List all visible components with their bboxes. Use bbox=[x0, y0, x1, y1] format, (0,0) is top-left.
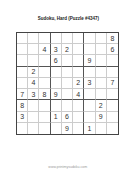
cell-r8c5-given-6[interactable]: 6 bbox=[62, 112, 73, 123]
cell-r9c1-empty[interactable] bbox=[17, 123, 28, 134]
footer-url: www.printmysudoku.com bbox=[49, 165, 88, 169]
cell-r8c7-empty[interactable] bbox=[84, 112, 95, 123]
cell-r8c2-empty[interactable] bbox=[28, 112, 39, 123]
cell-r4c3-empty[interactable] bbox=[39, 67, 50, 78]
cell-r5c6-given-2[interactable]: 2 bbox=[73, 78, 84, 89]
cell-r3c5-empty[interactable] bbox=[62, 55, 73, 66]
cell-r2c7-empty[interactable] bbox=[84, 44, 95, 55]
cell-r2c6-empty[interactable] bbox=[73, 44, 84, 55]
cell-r1c6-empty[interactable] bbox=[73, 33, 84, 44]
cell-r5c1-empty[interactable] bbox=[17, 78, 28, 89]
cell-r5c7-given-3[interactable]: 3 bbox=[84, 78, 95, 89]
cell-r8c8-given-9[interactable]: 9 bbox=[96, 112, 107, 123]
cell-r3c1-empty[interactable] bbox=[17, 55, 28, 66]
cell-r3c6-empty[interactable] bbox=[73, 55, 84, 66]
cell-r7c2-empty[interactable] bbox=[28, 100, 39, 111]
cell-r2c1-empty[interactable] bbox=[17, 44, 28, 55]
cell-r1c3-empty[interactable] bbox=[39, 33, 50, 44]
page-footer: www.printmysudoku.com bbox=[0, 160, 136, 170]
cell-r9c4-empty[interactable] bbox=[51, 123, 62, 134]
cell-r1c5-empty[interactable] bbox=[62, 33, 73, 44]
cell-r7c8-given-2[interactable]: 2 bbox=[96, 100, 107, 111]
cell-r7c7-empty[interactable] bbox=[84, 100, 95, 111]
page-header: Sudoku, Hard (Puzzle #4347) bbox=[0, 12, 136, 22]
cell-r1c7-empty[interactable] bbox=[84, 33, 95, 44]
cell-r6c9-empty[interactable] bbox=[107, 89, 118, 100]
cell-r1c1-empty[interactable] bbox=[17, 33, 28, 44]
cell-r2c9-given-6[interactable]: 6 bbox=[107, 44, 118, 55]
cell-r3c3-empty[interactable] bbox=[39, 55, 50, 66]
cell-r4c9-empty[interactable] bbox=[107, 67, 118, 78]
cell-r3c8-empty[interactable] bbox=[96, 55, 107, 66]
cell-r8c6-empty[interactable] bbox=[73, 112, 84, 123]
cell-r4c6-empty[interactable] bbox=[73, 67, 84, 78]
cell-r3c2-empty[interactable] bbox=[28, 55, 39, 66]
cell-r1c8-empty[interactable] bbox=[96, 33, 107, 44]
cell-r6c5-empty[interactable] bbox=[62, 89, 73, 100]
cell-r9c7-given-1[interactable]: 1 bbox=[84, 123, 95, 134]
cell-r7c6-empty[interactable] bbox=[73, 100, 84, 111]
cell-r3c7-given-9[interactable]: 9 bbox=[84, 55, 95, 66]
cell-r6c8-empty[interactable] bbox=[96, 89, 107, 100]
cell-r3c4-given-6[interactable]: 6 bbox=[51, 55, 62, 66]
puzzle-page: Sudoku, Hard (Puzzle #4347) 843266924237… bbox=[0, 0, 136, 176]
cell-r4c5-empty[interactable] bbox=[62, 67, 73, 78]
cell-r6c1-given-7[interactable]: 7 bbox=[17, 89, 28, 100]
sudoku-board: 8432669242377389482316991 bbox=[16, 32, 119, 135]
cell-r5c9-given-7[interactable]: 7 bbox=[107, 78, 118, 89]
cell-r5c5-empty[interactable] bbox=[62, 78, 73, 89]
cell-r5c4-empty[interactable] bbox=[51, 78, 62, 89]
cell-r4c8-empty[interactable] bbox=[96, 67, 107, 78]
cell-r7c1-given-8[interactable]: 8 bbox=[17, 100, 28, 111]
cell-r1c2-empty[interactable] bbox=[28, 33, 39, 44]
cell-r6c2-given-3[interactable]: 3 bbox=[28, 89, 39, 100]
cell-r2c4-given-3[interactable]: 3 bbox=[51, 44, 62, 55]
cell-r9c3-empty[interactable] bbox=[39, 123, 50, 134]
cell-r7c3-empty[interactable] bbox=[39, 100, 50, 111]
cell-r6c6-given-4[interactable]: 4 bbox=[73, 89, 84, 100]
cell-r7c9-empty[interactable] bbox=[107, 100, 118, 111]
cell-r8c1-given-3[interactable]: 3 bbox=[17, 112, 28, 123]
cell-r2c3-given-4[interactable]: 4 bbox=[39, 44, 50, 55]
cell-r2c5-given-2[interactable]: 2 bbox=[62, 44, 73, 55]
cell-r4c2-given-2[interactable]: 2 bbox=[28, 67, 39, 78]
cell-r9c2-empty[interactable] bbox=[28, 123, 39, 134]
cell-r5c3-empty[interactable] bbox=[39, 78, 50, 89]
cell-r3c9-empty[interactable] bbox=[107, 55, 118, 66]
cell-r5c8-empty[interactable] bbox=[96, 78, 107, 89]
page-title: Sudoku, Hard (Puzzle #4347) bbox=[37, 16, 98, 20]
cell-r2c8-empty[interactable] bbox=[96, 44, 107, 55]
cell-r7c4-empty[interactable] bbox=[51, 100, 62, 111]
cell-r6c4-given-9[interactable]: 9 bbox=[51, 89, 62, 100]
cell-r6c7-empty[interactable] bbox=[84, 89, 95, 100]
cell-r9c8-empty[interactable] bbox=[96, 123, 107, 134]
cell-r4c4-empty[interactable] bbox=[51, 67, 62, 78]
cell-r8c9-empty[interactable] bbox=[107, 112, 118, 123]
cell-r9c5-given-9[interactable]: 9 bbox=[62, 123, 73, 134]
cell-r2c2-empty[interactable] bbox=[28, 44, 39, 55]
cell-r4c1-empty[interactable] bbox=[17, 67, 28, 78]
cell-r7c5-empty[interactable] bbox=[62, 100, 73, 111]
cell-r8c4-given-1[interactable]: 1 bbox=[51, 112, 62, 123]
cell-r5c2-given-4[interactable]: 4 bbox=[28, 78, 39, 89]
cell-r1c4-empty[interactable] bbox=[51, 33, 62, 44]
cell-r8c3-empty[interactable] bbox=[39, 112, 50, 123]
cell-r9c9-empty[interactable] bbox=[107, 123, 118, 134]
cell-r1c9-given-8[interactable]: 8 bbox=[107, 33, 118, 44]
cell-r9c6-empty[interactable] bbox=[73, 123, 84, 134]
cell-r6c3-given-8[interactable]: 8 bbox=[39, 89, 50, 100]
cell-r4c7-empty[interactable] bbox=[84, 67, 95, 78]
